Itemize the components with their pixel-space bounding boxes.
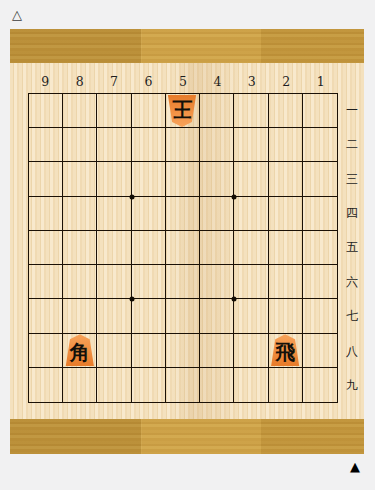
file-label-1: 1 <box>304 73 338 91</box>
square-7-6[interactable] <box>97 265 131 299</box>
square-5-3[interactable] <box>166 162 200 196</box>
square-4-3[interactable] <box>200 162 234 196</box>
board-frame-top <box>10 29 364 63</box>
square-8-7[interactable] <box>63 299 97 333</box>
rank-label-7: 七 <box>339 300 365 334</box>
square-5-4[interactable] <box>166 197 200 231</box>
square-3-9[interactable] <box>234 368 268 402</box>
square-5-9[interactable] <box>166 368 200 402</box>
square-2-5[interactable] <box>269 231 303 265</box>
square-4-2[interactable] <box>200 128 234 162</box>
square-4-6[interactable] <box>200 265 234 299</box>
square-1-5[interactable] <box>303 231 337 265</box>
square-1-1[interactable] <box>303 94 337 128</box>
square-2-9[interactable] <box>269 368 303 402</box>
square-7-3[interactable] <box>97 162 131 196</box>
square-3-6[interactable] <box>234 265 268 299</box>
square-8-9[interactable] <box>63 368 97 402</box>
square-3-4[interactable] <box>234 197 268 231</box>
rank-label-3: 三 <box>339 162 365 196</box>
sente-triangle-icon: ▲ <box>350 459 360 474</box>
rank-label-4: 四 <box>339 196 365 230</box>
square-9-7[interactable] <box>29 299 63 333</box>
file-labels: 987654321 <box>28 73 338 91</box>
square-5-2[interactable] <box>166 128 200 162</box>
square-3-7[interactable] <box>234 299 268 333</box>
square-6-5[interactable] <box>132 231 166 265</box>
square-7-9[interactable] <box>97 368 131 402</box>
shogi-piece-gote[interactable]: 王 <box>167 95 197 127</box>
shogi-piece-sente[interactable]: 角 <box>65 334 95 366</box>
square-2-3[interactable] <box>269 162 303 196</box>
square-6-6[interactable] <box>132 265 166 299</box>
rank-label-5: 五 <box>339 231 365 265</box>
square-9-1[interactable] <box>29 94 63 128</box>
file-label-8: 8 <box>62 73 96 91</box>
rank-label-2: 二 <box>339 127 365 161</box>
rank-label-8: 八 <box>339 334 365 368</box>
square-5-8[interactable] <box>166 334 200 368</box>
square-5-5[interactable] <box>166 231 200 265</box>
star-point <box>129 297 134 302</box>
square-1-6[interactable] <box>303 265 337 299</box>
square-4-9[interactable] <box>200 368 234 402</box>
file-label-5: 5 <box>166 73 200 91</box>
square-4-7[interactable] <box>200 299 234 333</box>
square-9-2[interactable] <box>29 128 63 162</box>
rank-labels: 一二三四五六七八九 <box>339 93 365 403</box>
square-6-4[interactable] <box>132 197 166 231</box>
square-7-4[interactable] <box>97 197 131 231</box>
gote-triangle-icon: △ <box>12 7 22 22</box>
square-4-8[interactable] <box>200 334 234 368</box>
square-1-2[interactable] <box>303 128 337 162</box>
rank-label-1: 一 <box>339 93 365 127</box>
square-7-5[interactable] <box>97 231 131 265</box>
star-point <box>232 297 237 302</box>
board-frame-bottom <box>10 419 364 454</box>
square-7-1[interactable] <box>97 94 131 128</box>
square-2-1[interactable] <box>269 94 303 128</box>
square-2-4[interactable] <box>269 197 303 231</box>
shogi-app: △ 987654321 王角飛 一二三四五六七八九 ▲ <box>0 0 375 490</box>
square-2-6[interactable] <box>269 265 303 299</box>
square-9-8[interactable] <box>29 334 63 368</box>
square-1-8[interactable] <box>303 334 337 368</box>
square-4-4[interactable] <box>200 197 234 231</box>
square-5-1[interactable]: 王 <box>166 94 200 128</box>
square-9-9[interactable] <box>29 368 63 402</box>
square-8-8[interactable]: 角 <box>63 334 97 368</box>
board-surface: 987654321 王角飛 一二三四五六七八九 <box>10 63 364 419</box>
star-point <box>232 194 237 199</box>
square-6-7[interactable] <box>132 299 166 333</box>
square-5-7[interactable] <box>166 299 200 333</box>
square-6-3[interactable] <box>132 162 166 196</box>
square-1-9[interactable] <box>303 368 337 402</box>
file-label-9: 9 <box>28 73 62 91</box>
rank-label-6: 六 <box>339 265 365 299</box>
square-3-3[interactable] <box>234 162 268 196</box>
square-6-9[interactable] <box>132 368 166 402</box>
square-1-3[interactable] <box>303 162 337 196</box>
square-1-4[interactable] <box>303 197 337 231</box>
square-6-2[interactable] <box>132 128 166 162</box>
gote-hand-area: △ <box>12 5 22 25</box>
square-9-4[interactable] <box>29 197 63 231</box>
square-8-5[interactable] <box>63 231 97 265</box>
square-8-2[interactable] <box>63 128 97 162</box>
square-9-5[interactable] <box>29 231 63 265</box>
square-7-2[interactable] <box>97 128 131 162</box>
square-2-2[interactable] <box>269 128 303 162</box>
sente-hand-area: ▲ <box>350 457 360 477</box>
file-label-4: 4 <box>200 73 234 91</box>
square-8-4[interactable] <box>63 197 97 231</box>
board-grid: 王角飛 <box>28 93 338 403</box>
square-6-1[interactable] <box>132 94 166 128</box>
square-3-5[interactable] <box>234 231 268 265</box>
square-9-3[interactable] <box>29 162 63 196</box>
file-label-2: 2 <box>269 73 303 91</box>
square-9-6[interactable] <box>29 265 63 299</box>
square-8-1[interactable] <box>63 94 97 128</box>
square-8-3[interactable] <box>63 162 97 196</box>
square-4-1[interactable] <box>200 94 234 128</box>
shogi-piece-sente[interactable]: 飛 <box>270 334 300 366</box>
square-1-7[interactable] <box>303 299 337 333</box>
square-2-7[interactable] <box>269 299 303 333</box>
square-7-7[interactable] <box>97 299 131 333</box>
square-2-8[interactable]: 飛 <box>269 334 303 368</box>
file-label-3: 3 <box>235 73 269 91</box>
star-point <box>129 194 134 199</box>
square-5-6[interactable] <box>166 265 200 299</box>
square-8-6[interactable] <box>63 265 97 299</box>
square-3-1[interactable] <box>234 94 268 128</box>
square-3-8[interactable] <box>234 334 268 368</box>
square-3-2[interactable] <box>234 128 268 162</box>
square-7-8[interactable] <box>97 334 131 368</box>
square-6-8[interactable] <box>132 334 166 368</box>
shogi-board: 987654321 王角飛 一二三四五六七八九 <box>10 29 364 454</box>
rank-label-9: 九 <box>339 369 365 403</box>
square-4-5[interactable] <box>200 231 234 265</box>
file-label-6: 6 <box>131 73 165 91</box>
file-label-7: 7 <box>97 73 131 91</box>
